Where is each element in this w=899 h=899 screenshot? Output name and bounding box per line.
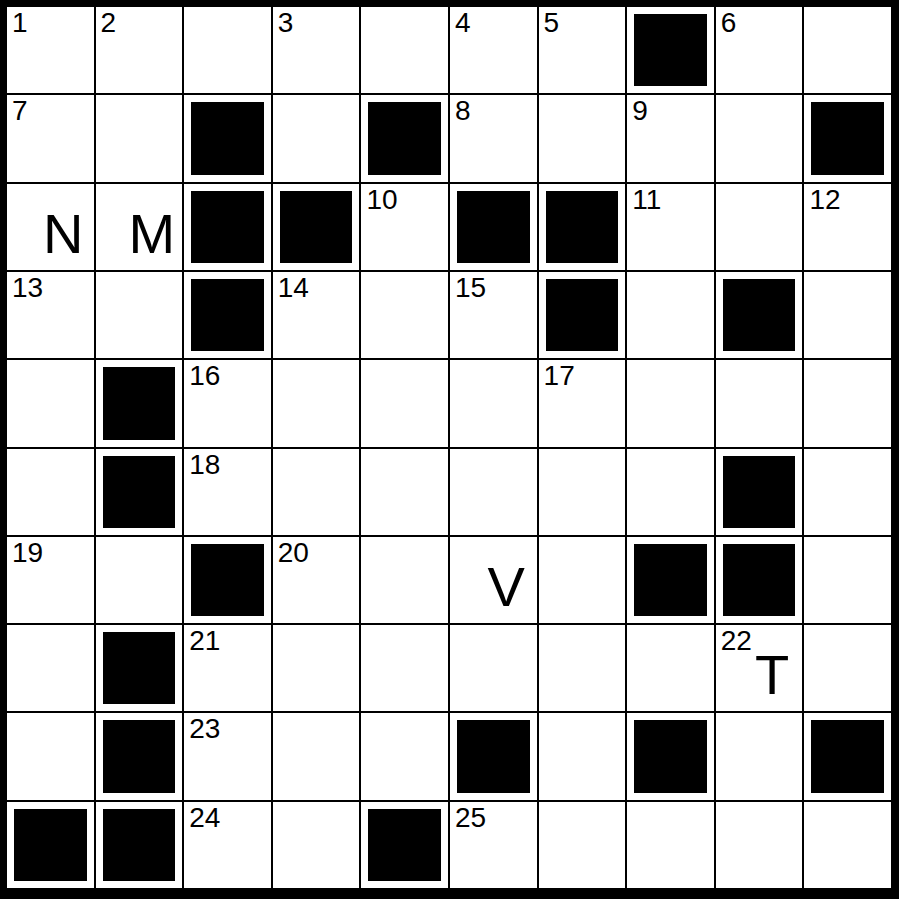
- clue-number: 8: [455, 95, 471, 127]
- black-cell-block: [457, 720, 530, 792]
- cell-r3c7: [539, 184, 626, 270]
- cell-r5c10[interactable]: [804, 360, 891, 446]
- cell-r7c9: [716, 537, 803, 623]
- cell-r5c3[interactable]: 16: [184, 360, 271, 446]
- cell-r6c5[interactable]: [361, 449, 448, 535]
- cell-r2c8[interactable]: 9: [627, 95, 714, 181]
- cell-r3c2[interactable]: M: [96, 184, 183, 270]
- cell-r4c3: [184, 272, 271, 358]
- clue-number: 12: [809, 184, 840, 216]
- cell-r7c5[interactable]: [361, 537, 448, 623]
- cell-r4c4[interactable]: 14: [273, 272, 360, 358]
- cell-r1c6[interactable]: 4: [450, 7, 537, 93]
- cell-r9c9[interactable]: [716, 713, 803, 799]
- cell-r5c6[interactable]: [450, 360, 537, 446]
- cell-r7c7[interactable]: [539, 537, 626, 623]
- black-cell-block: [103, 632, 176, 704]
- clue-number: 4: [455, 7, 471, 39]
- cell-r10c2: [96, 802, 183, 888]
- clue-number: 18: [189, 449, 220, 481]
- clue-number: 10: [366, 184, 397, 216]
- cell-r1c10[interactable]: [804, 7, 891, 93]
- black-cell-block: [723, 544, 796, 616]
- black-cell-block: [457, 191, 530, 263]
- cell-r7c6[interactable]: V: [450, 537, 537, 623]
- cell-r4c1[interactable]: 13: [7, 272, 94, 358]
- black-cell-block: [103, 456, 176, 528]
- cell-r6c8[interactable]: [627, 449, 714, 535]
- cell-r1c7[interactable]: 5: [539, 7, 626, 93]
- cell-r2c1[interactable]: 7: [7, 95, 94, 181]
- cell-r2c3: [184, 95, 271, 181]
- cell-r2c5: [361, 95, 448, 181]
- cell-r5c4[interactable]: [273, 360, 360, 446]
- clue-number: 15: [455, 272, 486, 304]
- black-cell-block: [811, 102, 884, 174]
- clue-number: 24: [189, 802, 220, 834]
- cell-r5c8[interactable]: [627, 360, 714, 446]
- black-cell-block: [191, 191, 264, 263]
- black-cell-block: [546, 279, 619, 351]
- cell-r6c4[interactable]: [273, 449, 360, 535]
- cell-r6c1[interactable]: [7, 449, 94, 535]
- clue-number: 20: [278, 537, 309, 569]
- cell-r6c9: [716, 449, 803, 535]
- black-cell-block: [103, 809, 176, 881]
- cell-r3c9[interactable]: [716, 184, 803, 270]
- cell-r10c6[interactable]: 25: [450, 802, 537, 888]
- cell-r2c6[interactable]: 8: [450, 95, 537, 181]
- cell-r2c7[interactable]: [539, 95, 626, 181]
- cell-r2c2[interactable]: [96, 95, 183, 181]
- cell-r3c6: [450, 184, 537, 270]
- cell-r3c5[interactable]: 10: [361, 184, 448, 270]
- cell-r7c4[interactable]: 20: [273, 537, 360, 623]
- clue-number: 1: [12, 7, 28, 39]
- clue-number: 17: [544, 360, 575, 392]
- clue-number: 21: [189, 625, 220, 657]
- cell-r8c9[interactable]: 22T: [716, 625, 803, 711]
- cell-r10c7[interactable]: [539, 802, 626, 888]
- cell-r9c3[interactable]: 23: [184, 713, 271, 799]
- cell-r9c2: [96, 713, 183, 799]
- cell-r8c3[interactable]: 21: [184, 625, 271, 711]
- clue-number: 6: [721, 7, 737, 39]
- clue-number: 5: [544, 7, 560, 39]
- cell-r3c8[interactable]: 11: [627, 184, 714, 270]
- clue-number: 19: [12, 537, 43, 569]
- clue-number: 23: [189, 713, 220, 745]
- cell-r6c6[interactable]: [450, 449, 537, 535]
- cell-r8c10[interactable]: [804, 625, 891, 711]
- cell-r4c7: [539, 272, 626, 358]
- cell-r1c8: [627, 7, 714, 93]
- cell-r3c10[interactable]: 12: [804, 184, 891, 270]
- black-cell-block: [634, 544, 707, 616]
- cell-r9c6: [450, 713, 537, 799]
- black-cell-block: [14, 809, 87, 881]
- cell-r7c8: [627, 537, 714, 623]
- black-cell-block: [368, 809, 441, 881]
- cell-r5c7[interactable]: 17: [539, 360, 626, 446]
- cell-r7c2[interactable]: [96, 537, 183, 623]
- cell-r10c3[interactable]: 24: [184, 802, 271, 888]
- cell-r6c7[interactable]: [539, 449, 626, 535]
- cell-r9c8: [627, 713, 714, 799]
- clue-number: 13: [12, 272, 43, 304]
- cell-r1c1[interactable]: 1: [7, 7, 94, 93]
- cell-r8c5[interactable]: [361, 625, 448, 711]
- cell-r10c4[interactable]: [273, 802, 360, 888]
- black-cell-block: [191, 279, 264, 351]
- cell-r8c4[interactable]: [273, 625, 360, 711]
- cell-r7c10[interactable]: [804, 537, 891, 623]
- black-cell-block: [280, 191, 353, 263]
- cell-r5c1[interactable]: [7, 360, 94, 446]
- black-cell-block: [634, 14, 707, 86]
- cell-r3c3: [184, 184, 271, 270]
- black-cell-block: [191, 102, 264, 174]
- fill-letter: T: [729, 632, 803, 711]
- cell-r4c6[interactable]: 15: [450, 272, 537, 358]
- cell-r9c1[interactable]: [7, 713, 94, 799]
- cell-r7c3: [184, 537, 271, 623]
- cell-r10c8[interactable]: [627, 802, 714, 888]
- cell-r3c1[interactable]: N: [7, 184, 94, 270]
- cell-r9c7[interactable]: [539, 713, 626, 799]
- black-cell-block: [103, 720, 176, 792]
- fill-letter: M: [109, 191, 183, 270]
- black-cell-block: [546, 191, 619, 263]
- crossword-board: 123456789NM1011121314151617181920V2122T2…: [0, 0, 899, 899]
- cell-r4c10[interactable]: [804, 272, 891, 358]
- cell-r10c9[interactable]: [716, 802, 803, 888]
- cell-r1c5[interactable]: [361, 7, 448, 93]
- clue-number: 16: [189, 360, 220, 392]
- cell-r6c10[interactable]: [804, 449, 891, 535]
- cell-r6c2: [96, 449, 183, 535]
- cell-r4c8[interactable]: [627, 272, 714, 358]
- black-cell-block: [811, 720, 884, 792]
- cell-r8c2: [96, 625, 183, 711]
- clue-number: 9: [632, 95, 648, 127]
- clue-number: 3: [278, 7, 294, 39]
- cell-r10c10[interactable]: [804, 802, 891, 888]
- cell-r1c3[interactable]: [184, 7, 271, 93]
- cell-r9c10: [804, 713, 891, 799]
- cell-r8c6[interactable]: [450, 625, 537, 711]
- clue-number: 11: [632, 184, 661, 216]
- cell-r5c5[interactable]: [361, 360, 448, 446]
- black-cell-block: [368, 102, 441, 174]
- cell-r10c5: [361, 802, 448, 888]
- black-cell-block: [191, 544, 264, 616]
- clue-number: 25: [455, 802, 486, 834]
- black-cell-block: [634, 720, 707, 792]
- cell-r10c1: [7, 802, 94, 888]
- cell-r2c10: [804, 95, 891, 181]
- clue-number: 7: [12, 95, 28, 127]
- cell-r5c9[interactable]: [716, 360, 803, 446]
- cell-r8c8[interactable]: [627, 625, 714, 711]
- cell-r4c9: [716, 272, 803, 358]
- cell-r9c5[interactable]: [361, 713, 448, 799]
- cell-r4c5[interactable]: [361, 272, 448, 358]
- cell-r6c3[interactable]: 18: [184, 449, 271, 535]
- cell-r8c1[interactable]: [7, 625, 94, 711]
- cell-r3c4: [273, 184, 360, 270]
- cell-r2c4[interactable]: [273, 95, 360, 181]
- cell-r9c4[interactable]: [273, 713, 360, 799]
- cell-r1c9[interactable]: 6: [716, 7, 803, 93]
- cell-r1c4[interactable]: 3: [273, 7, 360, 93]
- cell-r8c7[interactable]: [539, 625, 626, 711]
- clue-number: 2: [101, 7, 117, 39]
- black-cell-block: [723, 279, 796, 351]
- clue-number: 14: [278, 272, 309, 304]
- cell-r5c2: [96, 360, 183, 446]
- cell-r2c9[interactable]: [716, 95, 803, 181]
- cell-r1c2[interactable]: 2: [96, 7, 183, 93]
- cell-r7c1[interactable]: 19: [7, 537, 94, 623]
- fill-letter: V: [463, 544, 537, 623]
- cell-r4c2[interactable]: [96, 272, 183, 358]
- black-cell-block: [103, 367, 176, 439]
- fill-letter: N: [20, 191, 94, 270]
- black-cell-block: [723, 456, 796, 528]
